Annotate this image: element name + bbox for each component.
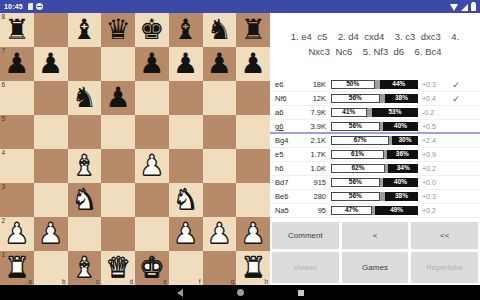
square-g1[interactable]: g [203,251,237,285]
explorer-panel: 1. e4 c5 2. d4 cxd4 3. c3 dxc3 4. Nxc3 N… [270,13,480,285]
square-e7[interactable]: ♟ [135,47,169,81]
white-pawn-piece[interactable]: ♟ [207,220,232,248]
square-h3[interactable] [236,183,270,217]
home-icon[interactable] [237,289,244,296]
square-h7[interactable]: ♟ [236,47,270,81]
white-queen-piece[interactable]: ♛ [106,254,131,282]
chess-board[interactable]: 8♜♝♛♚♝♞♜7♟♟♟♟♟♟6♞♟54♝♟3♞♞2♟♟♟♟♟1a♜bc♝d♛e… [0,13,270,285]
candidate-move-label: Be6 [270,192,296,201]
status-left-icons [28,3,43,10]
square-f8[interactable]: ♝ [169,13,203,47]
back-move-button[interactable]: < [342,222,409,249]
square-d3[interactable] [101,183,135,217]
square-e8[interactable]: ♚ [135,13,169,47]
candidate-move-label: e6 [270,80,296,89]
square-d8[interactable]: ♛ [101,13,135,47]
white-wins-segment: 56% [331,192,380,201]
black-bishop-piece[interactable]: ♝ [173,16,198,44]
white-wins-segment: 41% [331,108,367,117]
candidate-move-label: Na5 [270,206,296,215]
engine-eval: +0.5 [422,123,448,130]
engine-eval: +0.0 [422,179,448,186]
white-wins-segment: 62% [331,164,385,173]
engine-eval: +2.4 [422,137,448,144]
rank-label: 1 [2,252,6,259]
black-queen-piece[interactable]: ♛ [106,16,131,44]
game-count: 2.1K [296,136,326,145]
rank-label: 3 [2,184,6,191]
white-pawn-piece[interactable]: ♟ [241,220,266,248]
square-b8[interactable] [34,13,68,47]
square-f3[interactable]: ♞ [169,183,203,217]
game-count: 915 [296,178,326,187]
square-a6[interactable]: 6 [0,81,34,115]
sd-card-icon [28,3,33,10]
android-nav-bar [0,285,480,300]
black-wins-segment: 53% [372,108,418,117]
move-list[interactable]: 1. e4 c5 2. d4 cxd4 3. c3 dxc3 4. Nxc3 N… [270,13,480,78]
wifi-icon [450,4,458,11]
result-bar: 67%30% [331,136,418,145]
white-wins-segment: 61% [331,150,384,159]
square-b3[interactable] [34,183,68,217]
black-knight-piece[interactable]: ♞ [72,84,97,112]
stats-row-a6[interactable]: a67.9K41%53%-0.2 [270,106,480,120]
white-pawn-piece[interactable]: ♟ [38,220,63,248]
repertoire-check-icon: ✓ [448,80,464,90]
game-count: 1.7K [296,150,326,159]
app-screen: 10:45 8♜♝♛♚♝♞♜7♟♟♟♟♟♟6♞♟54♝♟3♞♞2♟♟♟♟♟1a♜… [0,0,480,300]
square-c6[interactable]: ♞ [68,81,102,115]
square-f5[interactable] [169,115,203,149]
comment-button[interactable]: Comment [272,222,339,249]
stats-row-e5[interactable]: e51.7K61%36%+0.9 [270,148,480,162]
black-wins-segment: 40% [383,178,418,187]
white-knight-piece[interactable]: ♞ [72,186,97,214]
stats-row-Bd7[interactable]: Bd791556%40%+0.0 [270,176,480,190]
stats-row-g6[interactable]: g63.9K56%40%+0.5 [270,120,480,134]
square-e3[interactable] [135,183,169,217]
white-bishop-piece[interactable]: ♝ [72,152,97,180]
rank-label: 7 [2,48,6,55]
back-icon[interactable] [177,289,183,297]
black-pawn-piece[interactable]: ♟ [241,50,266,78]
square-b7[interactable]: ♟ [34,47,68,81]
square-a1[interactable]: 1a♜ [0,251,34,285]
square-g7[interactable]: ♟ [203,47,237,81]
cell-signal-icon [461,4,468,11]
engine-eval: +0.3 [422,81,448,88]
square-d5[interactable] [101,115,135,149]
game-count: 7.9K [296,108,326,117]
square-e6[interactable] [135,81,169,115]
white-bishop-piece[interactable]: ♝ [72,254,97,282]
stats-row-Nf6[interactable]: Nf612K56%38%+0.4✓ [270,92,480,106]
square-c7[interactable] [68,47,102,81]
rank-label: 4 [2,150,6,157]
status-right-icons [450,3,476,11]
engine-eval: +0.2 [422,165,448,172]
black-wins-segment: 36% [387,150,418,159]
square-d7[interactable] [101,47,135,81]
result-bar: 56%40% [331,122,418,131]
game-count: 1.0K [296,164,326,173]
candidate-move-label: h6 [270,164,296,173]
square-f4[interactable] [169,149,203,183]
square-d2[interactable] [101,217,135,251]
black-pawn-piece[interactable]: ♟ [4,50,29,78]
square-f1[interactable]: f [169,251,203,285]
square-c2[interactable] [68,217,102,251]
black-wins-segment: 30% [392,136,418,145]
square-d1[interactable]: d♛ [101,251,135,285]
white-wins-segment: 56% [331,122,380,131]
square-a4[interactable]: 4 [0,149,34,183]
candidate-move-label: a6 [270,108,296,117]
black-pawn-piece[interactable]: ♟ [173,50,198,78]
square-b5[interactable] [34,115,68,149]
result-bar: 56%38% [331,94,418,103]
rank-label: 5 [2,116,6,123]
black-pawn-piece[interactable]: ♟ [106,84,131,112]
stats-row-Be6[interactable]: Be628056%38%+0.3 [270,190,480,204]
black-wins-segment: 49% [375,206,418,215]
square-b6[interactable] [34,81,68,115]
candidate-move-label: Bd7 [270,178,296,187]
status-bar: 10:45 [0,0,480,13]
square-b1[interactable]: b [34,251,68,285]
square-b2[interactable]: ♟ [34,217,68,251]
game-count: 3.9K [296,122,326,131]
square-b4[interactable] [34,149,68,183]
black-bishop-piece[interactable]: ♝ [72,16,97,44]
candidate-move-label: g6 [270,122,296,131]
recents-icon[interactable] [298,290,304,296]
square-g8[interactable]: ♞ [203,13,237,47]
battery-icon [471,3,476,11]
square-f2[interactable]: ♟ [169,217,203,251]
square-a2[interactable]: 2♟ [0,217,34,251]
game-count: 280 [296,192,326,201]
button-row-2: ViewerGamesRepertoire [272,252,478,283]
black-pawn-piece[interactable]: ♟ [207,50,232,78]
engine-eval: +0.9 [422,151,448,158]
black-pawn-piece[interactable]: ♟ [139,50,164,78]
square-c1[interactable]: c♝ [68,251,102,285]
black-wins-segment: 34% [388,164,418,173]
candidate-move-label: e5 [270,150,296,159]
square-c5[interactable] [68,115,102,149]
black-pawn-piece[interactable]: ♟ [38,50,63,78]
repertoire-button: Repertoire [411,252,478,283]
stats-row-e6[interactable]: e618K50%44%+0.3✓ [270,78,480,92]
white-king-piece[interactable]: ♚ [139,254,164,282]
viewer-button: Viewer [272,252,339,283]
move-stats-table: e618K50%44%+0.3✓Nf612K56%38%+0.4✓a67.9K4… [270,78,480,218]
white-pawn-piece[interactable]: ♟ [139,152,164,180]
black-wins-segment: 38% [385,94,418,103]
square-g4[interactable] [203,149,237,183]
square-f6[interactable] [169,81,203,115]
square-h1[interactable]: h♜ [236,251,270,285]
black-king-piece[interactable]: ♚ [139,16,164,44]
white-wins-segment: 50% [331,80,375,89]
rank-label: 8 [2,14,6,21]
square-d6[interactable]: ♟ [101,81,135,115]
result-bar: 56%40% [331,178,418,187]
white-rook-piece[interactable]: ♜ [241,254,266,282]
black-wins-segment: 44% [380,80,418,89]
white-knight-piece[interactable]: ♞ [173,186,198,214]
repertoire-check-icon: ✓ [448,94,464,104]
candidate-move-label: Bg4 [270,136,296,145]
square-a3[interactable]: 3 [0,183,34,217]
square-h2[interactable]: ♟ [236,217,270,251]
square-g5[interactable] [203,115,237,149]
white-wins-segment: 56% [331,178,380,187]
button-row-1: Comment<<< [272,222,478,249]
square-a5[interactable]: 5 [0,115,34,149]
game-count: 95 [296,206,326,215]
engine-eval: +0.3 [422,193,448,200]
square-h8[interactable]: ♜ [236,13,270,47]
white-rook-piece[interactable]: ♜ [4,254,29,282]
do-not-disturb-icon [36,3,43,10]
square-e5[interactable] [135,115,169,149]
result-bar: 61%36% [331,150,418,159]
result-bar: 47%49% [331,206,418,215]
square-g3[interactable] [203,183,237,217]
result-bar: 41%53% [331,108,418,117]
square-e1[interactable]: e♚ [135,251,169,285]
result-bar: 62%34% [331,164,418,173]
white-pawn-piece[interactable]: ♟ [173,220,198,248]
square-e2[interactable] [135,217,169,251]
square-c8[interactable]: ♝ [68,13,102,47]
square-a7[interactable]: 7♟ [0,47,34,81]
white-wins-segment: 47% [331,206,372,215]
engine-eval: +0.2 [422,207,448,214]
square-h5[interactable] [236,115,270,149]
clock: 10:45 [4,3,23,10]
rank-label: 2 [2,218,6,225]
stats-row-Bg4[interactable]: Bg42.1K67%30%+2.4 [270,134,480,148]
white-wins-segment: 56% [331,94,380,103]
black-rook-piece[interactable]: ♜ [241,16,266,44]
game-count: 12K [296,94,326,103]
result-bar: 50%44% [331,80,418,89]
square-e4[interactable]: ♟ [135,149,169,183]
button-area: Comment<<< ViewerGamesRepertoire [270,218,480,285]
game-count: 18K [296,80,326,89]
white-pawn-piece[interactable]: ♟ [4,220,29,248]
square-f7[interactable]: ♟ [169,47,203,81]
square-h4[interactable] [236,149,270,183]
black-wins-segment: 38% [385,192,418,201]
square-a8[interactable]: 8♜ [0,13,34,47]
white-wins-segment: 67% [331,136,389,145]
candidate-move-label: Nf6 [270,94,296,103]
square-c3[interactable]: ♞ [68,183,102,217]
engine-eval: -0.2 [422,109,448,116]
square-c4[interactable]: ♝ [68,149,102,183]
square-g6[interactable] [203,81,237,115]
stats-row-Na5[interactable]: Na59547%49%+0.2 [270,204,480,218]
back-to-start-button[interactable]: << [411,222,478,249]
engine-eval: +0.4 [422,95,448,102]
square-g2[interactable]: ♟ [203,217,237,251]
stats-row-h6[interactable]: h61.0K62%34%+0.2 [270,162,480,176]
black-rook-piece[interactable]: ♜ [4,16,29,44]
black-knight-piece[interactable]: ♞ [207,16,232,44]
games-button[interactable]: Games [342,252,409,283]
rank-label: 6 [2,82,6,89]
result-bar: 56%38% [331,192,418,201]
black-wins-segment: 40% [383,122,418,131]
square-d4[interactable] [101,149,135,183]
square-h6[interactable] [236,81,270,115]
